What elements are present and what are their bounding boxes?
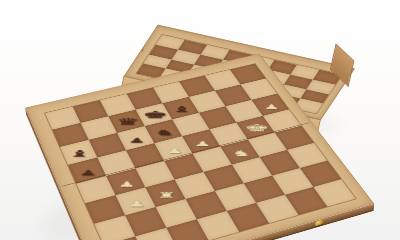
board-square (215, 183, 256, 211)
white-king-piece: ♚ (244, 123, 271, 133)
board-square (164, 154, 203, 180)
black-queen-piece: ♛ (115, 117, 140, 126)
board-square (300, 161, 341, 187)
board-square (285, 187, 327, 215)
black-knight-piece: ♞ (154, 129, 175, 137)
black-king-piece: ♚ (142, 110, 168, 120)
board-square (106, 168, 145, 195)
board-square (156, 199, 197, 228)
product-photo-scene: ♛♚♝♝♟♞♟♟♟♟♚♟♞♟♜ (0, 0, 400, 240)
board-square (125, 207, 166, 236)
board-square (115, 187, 155, 215)
black-pawn-piece: ♟ (128, 137, 145, 144)
board-square (313, 179, 355, 206)
board-square (232, 157, 272, 183)
board-square (166, 219, 208, 240)
board-square (145, 180, 185, 207)
board-square (94, 215, 135, 240)
board-square (68, 158, 106, 184)
brass-clasp-icon (315, 219, 324, 226)
board-square (135, 228, 177, 240)
black-bishop-piece: ♝ (171, 105, 193, 113)
white-pawn-piece: ♟ (194, 140, 211, 147)
board-square (135, 161, 174, 187)
white-pawn-piece: ♟ (263, 104, 280, 110)
board-square (76, 176, 115, 203)
board-square (227, 203, 269, 232)
white-pawn-piece: ♟ (166, 147, 183, 154)
board-square (97, 150, 135, 176)
board-square (244, 176, 285, 203)
board-square (197, 211, 239, 240)
board-square (175, 172, 215, 199)
board-square (104, 236, 146, 240)
board-square (203, 165, 243, 192)
board-square (256, 195, 298, 223)
board-square (272, 168, 313, 195)
board-square (260, 150, 300, 176)
board-square (185, 191, 226, 219)
board-square (85, 195, 125, 223)
